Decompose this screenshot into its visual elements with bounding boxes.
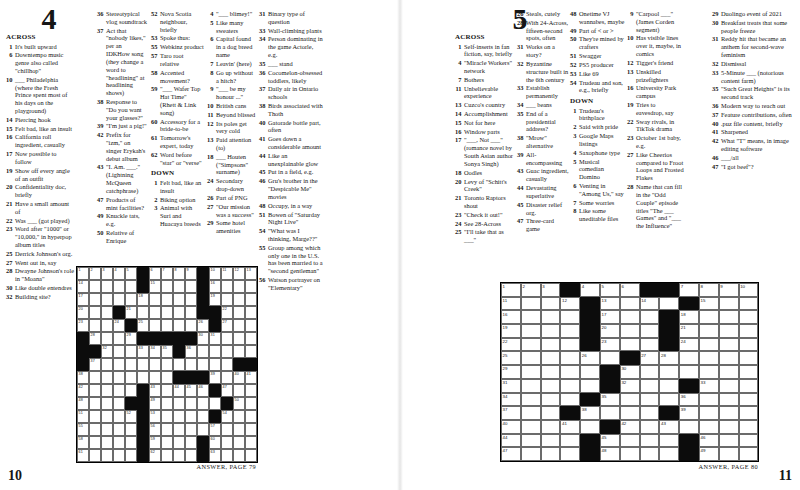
grid-cell (620, 393, 640, 407)
grid-cell: 10 (209, 267, 221, 280)
grid-cell (101, 306, 113, 319)
clue-number: 38 (97, 98, 106, 121)
cell-number: 17 (79, 294, 83, 298)
grid-cell (560, 447, 580, 461)
clue-item: 1Trudeau's birthplace (570, 107, 625, 123)
cell-number: 14 (641, 298, 646, 303)
grid-cell (125, 384, 137, 397)
clue-number: 53 (151, 34, 160, 42)
clue-item: 4Saxophone type (570, 149, 625, 157)
clue-text: Steals, cutely (526, 10, 569, 18)
cell-number: 42 (621, 421, 626, 426)
grid-cell: 33 (699, 379, 719, 393)
grid-cell: 7 (161, 267, 173, 280)
black-cell (221, 397, 233, 410)
clue-text: Part of < or > (579, 27, 625, 35)
clue-item: 28With 24-Across, fifteen-second spots, … (517, 19, 569, 42)
black-cell (173, 345, 185, 358)
clue-item: 9"Carpool ___" (James Corden segment) (627, 10, 684, 33)
black-cell (580, 338, 600, 352)
clue-item: 45Put in a field, e.g. (259, 168, 323, 176)
clue-item: 25"I'll take that as ___" (455, 228, 517, 244)
clue-number: 45 (517, 201, 526, 217)
grid-cell (125, 449, 137, 462)
clue-text: ___ Philadelphia (where the Fresh Prince… (15, 76, 74, 115)
cell-number: 24 (681, 339, 686, 344)
grid-cell (521, 434, 541, 448)
grid-cell (149, 371, 161, 384)
clue-text: Like an unexplainable glow (268, 152, 323, 168)
grid-cell (560, 338, 580, 352)
grid-cell (719, 406, 739, 420)
black-cell (209, 384, 221, 397)
clue-text: Word before "star" or "verse" (160, 151, 204, 167)
clue-item: 5Like many sweaters (207, 19, 257, 35)
clue-text: Like Cheerios compared to Froot Loops an… (636, 151, 684, 182)
black-cell (125, 319, 137, 332)
cell-number: 22 (503, 339, 508, 344)
grid-cell (739, 379, 759, 393)
grid-cell (521, 447, 541, 461)
cell-number: 35 (163, 346, 167, 350)
clue-text: Self-inserts in fan fiction, say, briefl… (464, 43, 517, 59)
grid-cell (89, 436, 101, 449)
clue-number: 7 (570, 199, 579, 207)
grid-cell (640, 365, 660, 379)
grid-cell (541, 338, 561, 352)
clue-item: 28Dwayne Johnson's role in "Moana" (6, 267, 74, 283)
grid-cell (541, 420, 561, 434)
black-cell (137, 449, 149, 462)
cell-number: 18 (139, 294, 143, 298)
clue-item: 46___/all (712, 154, 794, 162)
clue-item: 47Products of mint facilities? (97, 196, 147, 212)
cell-number: 5 (127, 268, 129, 272)
grid-cell: 49 (149, 397, 161, 410)
grid-cell: 25 (137, 319, 149, 332)
clue-item: 61Tomorrow's expert, today (151, 134, 204, 150)
clue-item: 39All-encompassing (517, 151, 569, 167)
grid-cell (101, 332, 113, 345)
grid-cell (173, 397, 185, 410)
clue-number: 34 (259, 35, 268, 58)
grid-cell (161, 306, 173, 319)
clue-item: 34Person dominating in the game Actorle,… (259, 35, 323, 58)
clue-text: "___, Not ___" (romance novel by South A… (464, 136, 517, 167)
grid-cell (699, 310, 719, 324)
black-cell (659, 406, 679, 420)
grid-cell (620, 434, 640, 448)
grid-cell (89, 384, 101, 397)
clue-text: Dwayne Johnson's role in "Moana" (15, 267, 74, 283)
grid-cell (161, 449, 173, 462)
clue-item: 52Nova Scotia neighbour, briefly (151, 10, 204, 33)
cell-number: 44 (503, 435, 508, 440)
clue-number: 48 (570, 10, 579, 26)
clue-number: 25 (455, 228, 464, 244)
grid-cell (739, 406, 759, 420)
grid-cell: 16 (209, 280, 221, 293)
cell-number: 44 (175, 385, 179, 389)
clue-item: 15Not for here (455, 119, 517, 127)
grid-cell: 5 (600, 283, 620, 297)
clue-item: 30Breakfast treats that some people free… (712, 19, 794, 35)
clue-number: 35 (517, 110, 526, 133)
grid-cell (719, 434, 739, 448)
grid-cell (89, 280, 101, 293)
clue-text: Google Maps listings (579, 132, 625, 148)
grid-cell: 14 (640, 297, 660, 311)
clue-number: 1 (6, 43, 15, 51)
grid-cell (739, 434, 759, 448)
grid-cell: 11 (501, 297, 521, 311)
grid-cell (185, 306, 197, 319)
clue-text: "Our mission was a success" (216, 203, 257, 219)
grid-cell (620, 406, 640, 420)
clue-number: 12 (627, 59, 636, 67)
clue-item: 14Piercing hook (6, 116, 74, 124)
grid-cell: 32 (620, 379, 640, 393)
clue-number: 36 (259, 69, 268, 85)
grid-cell (699, 324, 719, 338)
grid-cell: 32 (101, 345, 113, 358)
clue-text: Beyond blissed (216, 111, 257, 119)
cell-number: 18 (681, 312, 686, 317)
grid-cell: 56 (149, 423, 161, 436)
black-cell (125, 397, 137, 410)
grid-cell (209, 345, 221, 358)
grid-cell (89, 449, 101, 462)
grid-cell (233, 384, 245, 397)
clue-number: 33 (259, 27, 268, 35)
puzzle-4-clue-column-1: ACROSS1It's built upward6Downtempo music… (6, 30, 74, 462)
clue-text: Gatorade bottle part, often (268, 119, 323, 135)
clue-text: University Park campus (636, 84, 684, 100)
grid-cell (521, 324, 541, 338)
grid-cell (113, 345, 125, 358)
clue-item: 40Gatorade bottle part, often (259, 119, 323, 135)
clue-number: 15 (455, 119, 464, 127)
grid-cell (197, 358, 209, 371)
clue-item: 21Toronto Raptors shout (455, 194, 517, 210)
grid-cell: 10 (739, 283, 759, 297)
clue-number: 49 (570, 27, 579, 35)
clue-text: Tries to eavesdrop, say (636, 101, 684, 117)
clue-item: 7Leavin' (here) (207, 60, 257, 68)
grid-cell (245, 332, 257, 345)
clue-text: Nova Scotia neighbour, briefly (160, 10, 204, 33)
grid-cell (620, 447, 640, 461)
grid-cell (719, 351, 739, 365)
clue-number: 16 (6, 133, 15, 149)
grid-cell: 55 (77, 423, 89, 436)
clue-item: 26Steals, cutely (517, 10, 569, 18)
clue-number: 57 (151, 52, 160, 68)
clue-text: Feature contributions, often (721, 111, 794, 119)
clue-number: 33 (712, 69, 721, 85)
clue-item: 16University Park campus (627, 84, 684, 100)
cell-number: 40 (503, 421, 508, 426)
grid-cell (101, 397, 113, 410)
grid-cell (521, 365, 541, 379)
black-cell (679, 297, 699, 311)
clue-number: 23 (6, 225, 15, 248)
clue-number: 9 (207, 85, 216, 101)
grid-cell: 25 (501, 351, 521, 365)
cell-number: 49 (151, 398, 155, 402)
black-cell (173, 332, 185, 345)
grid-cell (101, 449, 113, 462)
grid-cell: 20 (600, 324, 620, 338)
grid-cell: 44 (501, 434, 521, 448)
grid-cell: 59 (149, 436, 161, 449)
cell-number: 2 (522, 284, 524, 289)
grid-cell: 21 (679, 324, 699, 338)
grid-cell: 23 (77, 319, 89, 332)
clue-number: 19 (6, 167, 15, 183)
clue-item: 31Reddy hit that became an anthem for se… (712, 35, 794, 58)
clue-text: Onetime VJ wannabes, maybe (579, 10, 625, 26)
clue-item: 51Bowen of "Saturday Night Live" (259, 211, 323, 227)
grid-cell: 22 (501, 338, 521, 352)
grid-cell (149, 319, 161, 332)
black-cell (161, 332, 173, 345)
clue-text: See 28-Across (464, 220, 517, 228)
clue-text: Like 69 (579, 70, 625, 78)
grid-cell (620, 324, 640, 338)
grid-cell (161, 384, 173, 397)
clue-text: Downtempo music genre also called "chill… (15, 51, 74, 74)
grid-cell (640, 310, 660, 324)
grid-cell: 40 (233, 371, 245, 384)
cell-number: 43 (661, 421, 666, 426)
clue-number: 21 (455, 194, 464, 210)
puzzle-5-answer-note: ANSWER, PAGE 80 (500, 463, 758, 470)
grid-cell (89, 293, 101, 306)
clue-text: Birds associated with Thoth (268, 102, 323, 118)
cell-number: 8 (701, 284, 703, 289)
grid-cell: 36 (185, 345, 197, 358)
clue-number: 3 (151, 204, 160, 227)
clue-number: 40 (259, 119, 268, 135)
clue-item: 9"___ be my honour ..." (207, 85, 257, 101)
grid-cell (113, 410, 125, 423)
puzzle-5-clue-column-1: ACROSS1Self-inserts in fan fiction, say,… (455, 30, 517, 270)
clue-text: Tomorrow's expert, today (160, 134, 204, 150)
grid-cell: 47 (501, 447, 521, 461)
clue-text: Reddy hit that became an anthem for seco… (721, 35, 794, 58)
clue-number: 24 (455, 220, 464, 228)
cell-number: 55 (79, 424, 83, 428)
clue-text: Like double entendres (15, 284, 74, 292)
clue-number: 46 (259, 177, 268, 200)
grid-cell (699, 365, 719, 379)
clue-list-header: DOWN (570, 97, 625, 106)
clue-number: 16 (455, 128, 464, 136)
clue-number: 38 (517, 134, 526, 150)
clue-number: 36 (97, 10, 106, 26)
grid-cell (113, 358, 125, 371)
grid-cell (161, 293, 173, 306)
grid-cell (137, 371, 149, 384)
black-cell (137, 280, 149, 293)
clue-text: Not for here (464, 119, 517, 127)
cell-number: 13 (247, 268, 251, 272)
clue-text: Derrick Johnson's org. (15, 250, 74, 258)
grid-cell (719, 447, 739, 461)
clue-text: Binary type of question (268, 10, 323, 26)
cell-number: 16 (503, 312, 508, 317)
grid-cell (245, 319, 257, 332)
puzzle-4-clue-column-2: 36Stereotypical vlog soundtrack37Act tha… (97, 10, 147, 266)
clue-number: 50 (570, 35, 579, 51)
clue-item: 10British cans (207, 102, 257, 110)
grid-cell (600, 406, 620, 420)
grid-cell (173, 423, 185, 436)
grid-cell (125, 423, 137, 436)
grid-cell (161, 280, 173, 293)
clue-item: 8Go up without a hitch? (207, 69, 257, 85)
grid-cell (640, 338, 660, 352)
cell-number: 16 (211, 281, 215, 285)
black-cell (137, 436, 149, 449)
clue-number: 32 (712, 60, 721, 68)
grid-cell (521, 420, 541, 434)
clue-text: Accessory for a bride-to-be (160, 118, 204, 134)
clue-number: 53 (570, 70, 579, 78)
grid-cell: 58 (77, 436, 89, 449)
clue-number: 5 (570, 158, 579, 181)
black-cell (197, 293, 209, 306)
grid-cell: 54 (221, 410, 233, 423)
clue-number: 31 (517, 43, 526, 59)
clue-item: 16Window parts (455, 128, 517, 136)
clue-text: Daily air in Ontario schools (268, 85, 323, 101)
clue-item: 41Goes down a considerable amount (259, 135, 323, 151)
cell-number: 25 (139, 320, 143, 324)
puzzle-5-clue-column-5: 29Duolingo event of 202130Breakfast trea… (712, 10, 794, 276)
cell-number: 34 (151, 346, 155, 350)
grid-cell (739, 310, 759, 324)
grid-cell: 24 (679, 338, 699, 352)
clue-item: 22Was ___ (got played) (6, 217, 74, 225)
grid-cell (245, 293, 257, 306)
clue-number: 29 (207, 219, 216, 235)
grid-cell (659, 297, 679, 311)
clue-text: Dismissal (721, 60, 794, 68)
clue-number: 13 (455, 101, 464, 109)
grid-cell (541, 447, 561, 461)
clue-text: All-encompassing (526, 151, 569, 167)
cell-number: 6 (151, 268, 153, 272)
grid-cell (521, 406, 541, 420)
clue-item: 32Building site? (6, 293, 74, 301)
puzzle-5-clue-column-4: 9"Carpool ___" (James Corden segment)10H… (627, 10, 684, 272)
clue-number: 1 (151, 179, 160, 195)
grid-cell (173, 293, 185, 306)
grid-cell (245, 306, 257, 319)
clue-number: 44 (517, 184, 526, 200)
clue-text: It's built upward (15, 43, 74, 51)
grid-cell: 2 (89, 267, 101, 280)
black-cell (185, 371, 197, 384)
grid-cell (161, 410, 173, 423)
clue-item: 4"___ blimey!" (207, 10, 257, 18)
clue-item: 1It's built upward (6, 43, 74, 51)
grid-cell (221, 280, 233, 293)
black-cell (659, 283, 679, 297)
page-number-left: 10 (8, 468, 22, 484)
clue-text: Modern way to reach out (721, 102, 794, 110)
grid-cell: 28 (89, 332, 101, 345)
clue-number: 11 (455, 85, 464, 101)
clue-item: 38Response to "Do you want your glasses?… (97, 98, 147, 121)
clue-text: Unskilled prizefighters (636, 68, 684, 84)
grid-cell (161, 319, 173, 332)
clue-text: Some worries (579, 199, 625, 207)
grid-cell (541, 310, 561, 324)
grid-cell: 38 (580, 406, 600, 420)
clue-item: 10Has visible lines over it, maybe, in c… (627, 34, 684, 57)
grid-cell (699, 393, 719, 407)
puzzle-4-clue-column-3: 52Nova Scotia neighbour, briefly53Spoke … (151, 10, 204, 266)
clue-item: 48Onetime VJ wannabes, maybe (570, 10, 625, 26)
clue-text: Sharpened (721, 128, 794, 136)
clue-text: "What was I thinking, Marge??" (268, 227, 323, 243)
clue-item: 35End of a presidential address? (517, 110, 569, 133)
clue-number: 27 (207, 203, 216, 219)
grid-cell (89, 306, 101, 319)
clue-item: 37Daily air in Ontario schools (259, 85, 323, 101)
clue-item: 3Animal with Suri and Huacaya breeds (151, 204, 204, 227)
clue-number: 37 (259, 85, 268, 101)
grid-cell: 34 (149, 345, 161, 358)
puzzle-4-clue-column-5: 31Binary type of question33Wall-climbing… (259, 10, 323, 462)
clue-item: 34___ beans (517, 101, 569, 109)
grid-cell: 43 (149, 384, 161, 397)
clue-item: 29Some hotel amenities (207, 219, 257, 235)
grid-cell (185, 280, 197, 293)
clue-text: Guac ingredient, casually (526, 167, 569, 183)
clue-list-header: ACROSS (6, 33, 74, 42)
clue-text: Cocomelon-obsessed toddlers, likely (268, 69, 323, 85)
clue-item: 49Knuckle tats, e.g. (97, 212, 147, 228)
black-cell (580, 393, 600, 407)
grid-cell (161, 358, 173, 371)
clue-text: "___ blimey!" (216, 10, 257, 18)
grid-cell (173, 410, 185, 423)
clue-item: 28Name that can fill in the "Odd Couple"… (627, 183, 684, 230)
clue-number: 35 (712, 85, 721, 101)
grid-cell (233, 345, 245, 358)
black-cell (137, 423, 149, 436)
cell-number: 60 (211, 437, 215, 441)
puzzle-5-clue-column-2: 26Steals, cutely28With 24-Across, fiftee… (517, 10, 569, 272)
grid-cell (101, 293, 113, 306)
clue-item: 45Disaster relief org. (517, 201, 569, 217)
grid-cell (620, 297, 640, 311)
clue-text: ___/all (721, 154, 794, 162)
clue-text: Duolingo event of 2021 (721, 10, 794, 18)
clue-number: 56 (259, 276, 268, 292)
grid-cell (125, 436, 137, 449)
clue-item: 58Accented movement? (151, 69, 204, 85)
clue-item: 46Gru's brother in the "Despicable Me" m… (259, 177, 323, 200)
black-cell (137, 384, 149, 397)
clue-text: Group among which only one in the U.S. h… (268, 244, 323, 275)
clue-text: End of a presidential address? (526, 110, 569, 133)
clue-number: 51 (570, 52, 579, 60)
